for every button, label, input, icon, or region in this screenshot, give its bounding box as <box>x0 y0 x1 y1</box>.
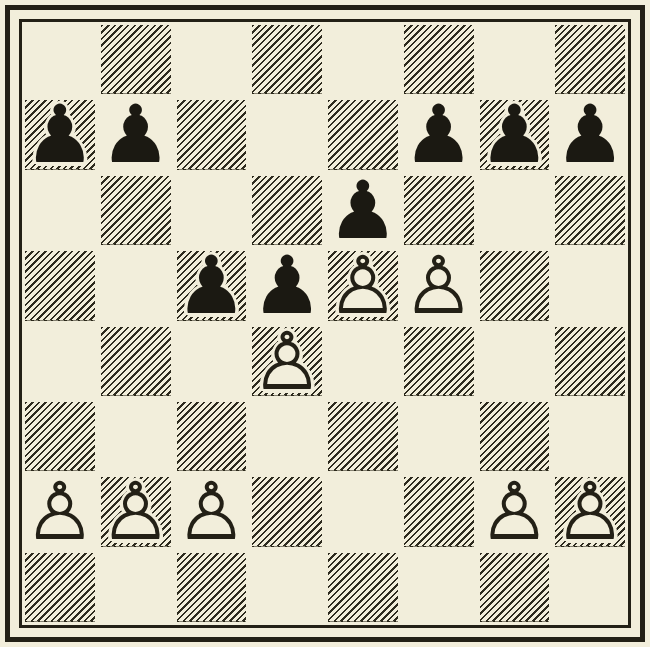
square-h5[interactable] <box>552 248 628 323</box>
square-d2[interactable] <box>249 474 325 549</box>
square-a8[interactable] <box>22 22 98 97</box>
square-f4[interactable] <box>401 324 477 399</box>
square-h3[interactable] <box>552 399 628 474</box>
square-c1[interactable] <box>174 550 250 625</box>
square-b1[interactable] <box>98 550 174 625</box>
square-e8[interactable] <box>325 22 401 97</box>
black-pawn: ♟ <box>401 97 477 172</box>
white-pawn: ♟♙ <box>174 474 250 549</box>
square-e5[interactable]: ♟♙ <box>325 248 401 323</box>
dark-square-hatching <box>25 251 95 320</box>
square-f6[interactable] <box>401 173 477 248</box>
square-d6[interactable] <box>249 173 325 248</box>
square-a1[interactable] <box>22 550 98 625</box>
square-f2[interactable] <box>401 474 477 549</box>
square-h6[interactable] <box>552 173 628 248</box>
dark-square-hatching <box>252 25 322 94</box>
square-g8[interactable] <box>477 22 553 97</box>
white-pawn: ♟♙ <box>477 474 553 549</box>
square-b5[interactable] <box>98 248 174 323</box>
square-h4[interactable] <box>552 324 628 399</box>
square-b3[interactable] <box>98 399 174 474</box>
square-b2[interactable]: ♟♙ <box>98 474 174 549</box>
square-g3[interactable] <box>477 399 553 474</box>
outer-frame: ♟♟♟♟♟♟♟♟♟♙♟♙♟♙♟♙♟♙♟♙♟♙♟♙ <box>5 5 645 642</box>
white-pawn-outline: ♙ <box>479 472 551 552</box>
square-b8[interactable] <box>98 22 174 97</box>
square-c3[interactable] <box>174 399 250 474</box>
square-d4[interactable]: ♟♙ <box>249 324 325 399</box>
square-g6[interactable] <box>477 173 553 248</box>
black-pawn: ♟ <box>98 97 174 172</box>
white-pawn-outline: ♙ <box>176 472 248 552</box>
square-e3[interactable] <box>325 399 401 474</box>
white-pawn: ♟♙ <box>22 474 98 549</box>
square-e2[interactable] <box>325 474 401 549</box>
square-c6[interactable] <box>174 173 250 248</box>
dark-square-hatching <box>404 477 474 546</box>
book-page: ♟♟♟♟♟♟♟♟♟♙♟♙♟♙♟♙♟♙♟♙♟♙♟♙ <box>0 0 650 647</box>
dark-square-hatching <box>480 251 550 320</box>
white-pawn-outline: ♙ <box>251 322 323 402</box>
dark-square-hatching <box>404 327 474 396</box>
square-c8[interactable] <box>174 22 250 97</box>
dark-square-hatching <box>177 100 247 169</box>
black-pawn-glyph: ♟ <box>100 95 172 175</box>
square-c5[interactable]: ♟ <box>174 248 250 323</box>
black-pawn: ♟ <box>174 248 250 323</box>
square-g2[interactable]: ♟♙ <box>477 474 553 549</box>
dark-square-hatching <box>328 100 398 169</box>
dark-square-hatching <box>328 402 398 471</box>
black-pawn-glyph: ♟ <box>176 246 248 326</box>
square-e6[interactable]: ♟ <box>325 173 401 248</box>
white-pawn-outline: ♙ <box>403 246 475 326</box>
square-d8[interactable] <box>249 22 325 97</box>
square-d5[interactable]: ♟ <box>249 248 325 323</box>
black-pawn: ♟ <box>325 173 401 248</box>
dark-square-hatching <box>252 477 322 546</box>
dark-square-hatching <box>177 402 247 471</box>
inner-frame: ♟♟♟♟♟♟♟♟♟♙♟♙♟♙♟♙♟♙♟♙♟♙♟♙ <box>19 19 631 628</box>
square-f3[interactable] <box>401 399 477 474</box>
square-h8[interactable] <box>552 22 628 97</box>
white-pawn-outline: ♙ <box>327 246 399 326</box>
white-pawn-outline: ♙ <box>100 472 172 552</box>
square-h1[interactable] <box>552 550 628 625</box>
square-f1[interactable] <box>401 550 477 625</box>
square-d1[interactable] <box>249 550 325 625</box>
white-pawn: ♟♙ <box>249 324 325 399</box>
dark-square-hatching <box>101 25 171 94</box>
square-b4[interactable] <box>98 324 174 399</box>
black-pawn: ♟ <box>249 248 325 323</box>
dark-square-hatching <box>25 402 95 471</box>
square-e1[interactable] <box>325 550 401 625</box>
square-e4[interactable] <box>325 324 401 399</box>
black-pawn: ♟ <box>552 97 628 172</box>
white-pawn-outline: ♙ <box>24 472 96 552</box>
square-g7[interactable]: ♟ <box>477 97 553 172</box>
square-c4[interactable] <box>174 324 250 399</box>
white-pawn: ♟♙ <box>552 474 628 549</box>
square-g4[interactable] <box>477 324 553 399</box>
square-c7[interactable] <box>174 97 250 172</box>
dark-square-hatching <box>101 176 171 245</box>
square-a4[interactable] <box>22 324 98 399</box>
square-a5[interactable] <box>22 248 98 323</box>
dark-square-hatching <box>328 553 398 622</box>
white-pawn: ♟♙ <box>401 248 477 323</box>
dark-square-hatching <box>555 176 625 245</box>
dark-square-hatching <box>101 327 171 396</box>
square-h2[interactable]: ♟♙ <box>552 474 628 549</box>
dark-square-hatching <box>555 25 625 94</box>
square-a2[interactable]: ♟♙ <box>22 474 98 549</box>
square-a3[interactable] <box>22 399 98 474</box>
black-pawn: ♟ <box>477 97 553 172</box>
white-pawn-outline: ♙ <box>554 472 626 552</box>
black-pawn: ♟ <box>22 97 98 172</box>
square-f7[interactable]: ♟ <box>401 97 477 172</box>
square-a7[interactable]: ♟ <box>22 97 98 172</box>
dark-square-hatching <box>480 553 550 622</box>
square-f5[interactable]: ♟♙ <box>401 248 477 323</box>
dark-square-hatching <box>404 176 474 245</box>
square-d3[interactable] <box>249 399 325 474</box>
dark-square-hatching <box>252 176 322 245</box>
dark-square-hatching <box>555 327 625 396</box>
black-pawn-glyph: ♟ <box>24 95 96 175</box>
square-g5[interactable] <box>477 248 553 323</box>
chess-board: ♟♟♟♟♟♟♟♟♟♙♟♙♟♙♟♙♟♙♟♙♟♙♟♙ <box>22 22 628 625</box>
square-h7[interactable]: ♟ <box>552 97 628 172</box>
black-pawn-glyph: ♟ <box>403 95 475 175</box>
dark-square-hatching <box>480 402 550 471</box>
square-b7[interactable]: ♟ <box>98 97 174 172</box>
square-f8[interactable] <box>401 22 477 97</box>
square-b6[interactable] <box>98 173 174 248</box>
white-pawn: ♟♙ <box>325 248 401 323</box>
dark-square-hatching <box>25 553 95 622</box>
black-pawn-glyph: ♟ <box>479 95 551 175</box>
square-g1[interactable] <box>477 550 553 625</box>
square-e7[interactable] <box>325 97 401 172</box>
square-d7[interactable] <box>249 97 325 172</box>
square-c2[interactable]: ♟♙ <box>174 474 250 549</box>
dark-square-hatching <box>177 553 247 622</box>
white-pawn: ♟♙ <box>98 474 174 549</box>
dark-square-hatching <box>404 25 474 94</box>
square-a6[interactable] <box>22 173 98 248</box>
black-pawn-glyph: ♟ <box>554 95 626 175</box>
